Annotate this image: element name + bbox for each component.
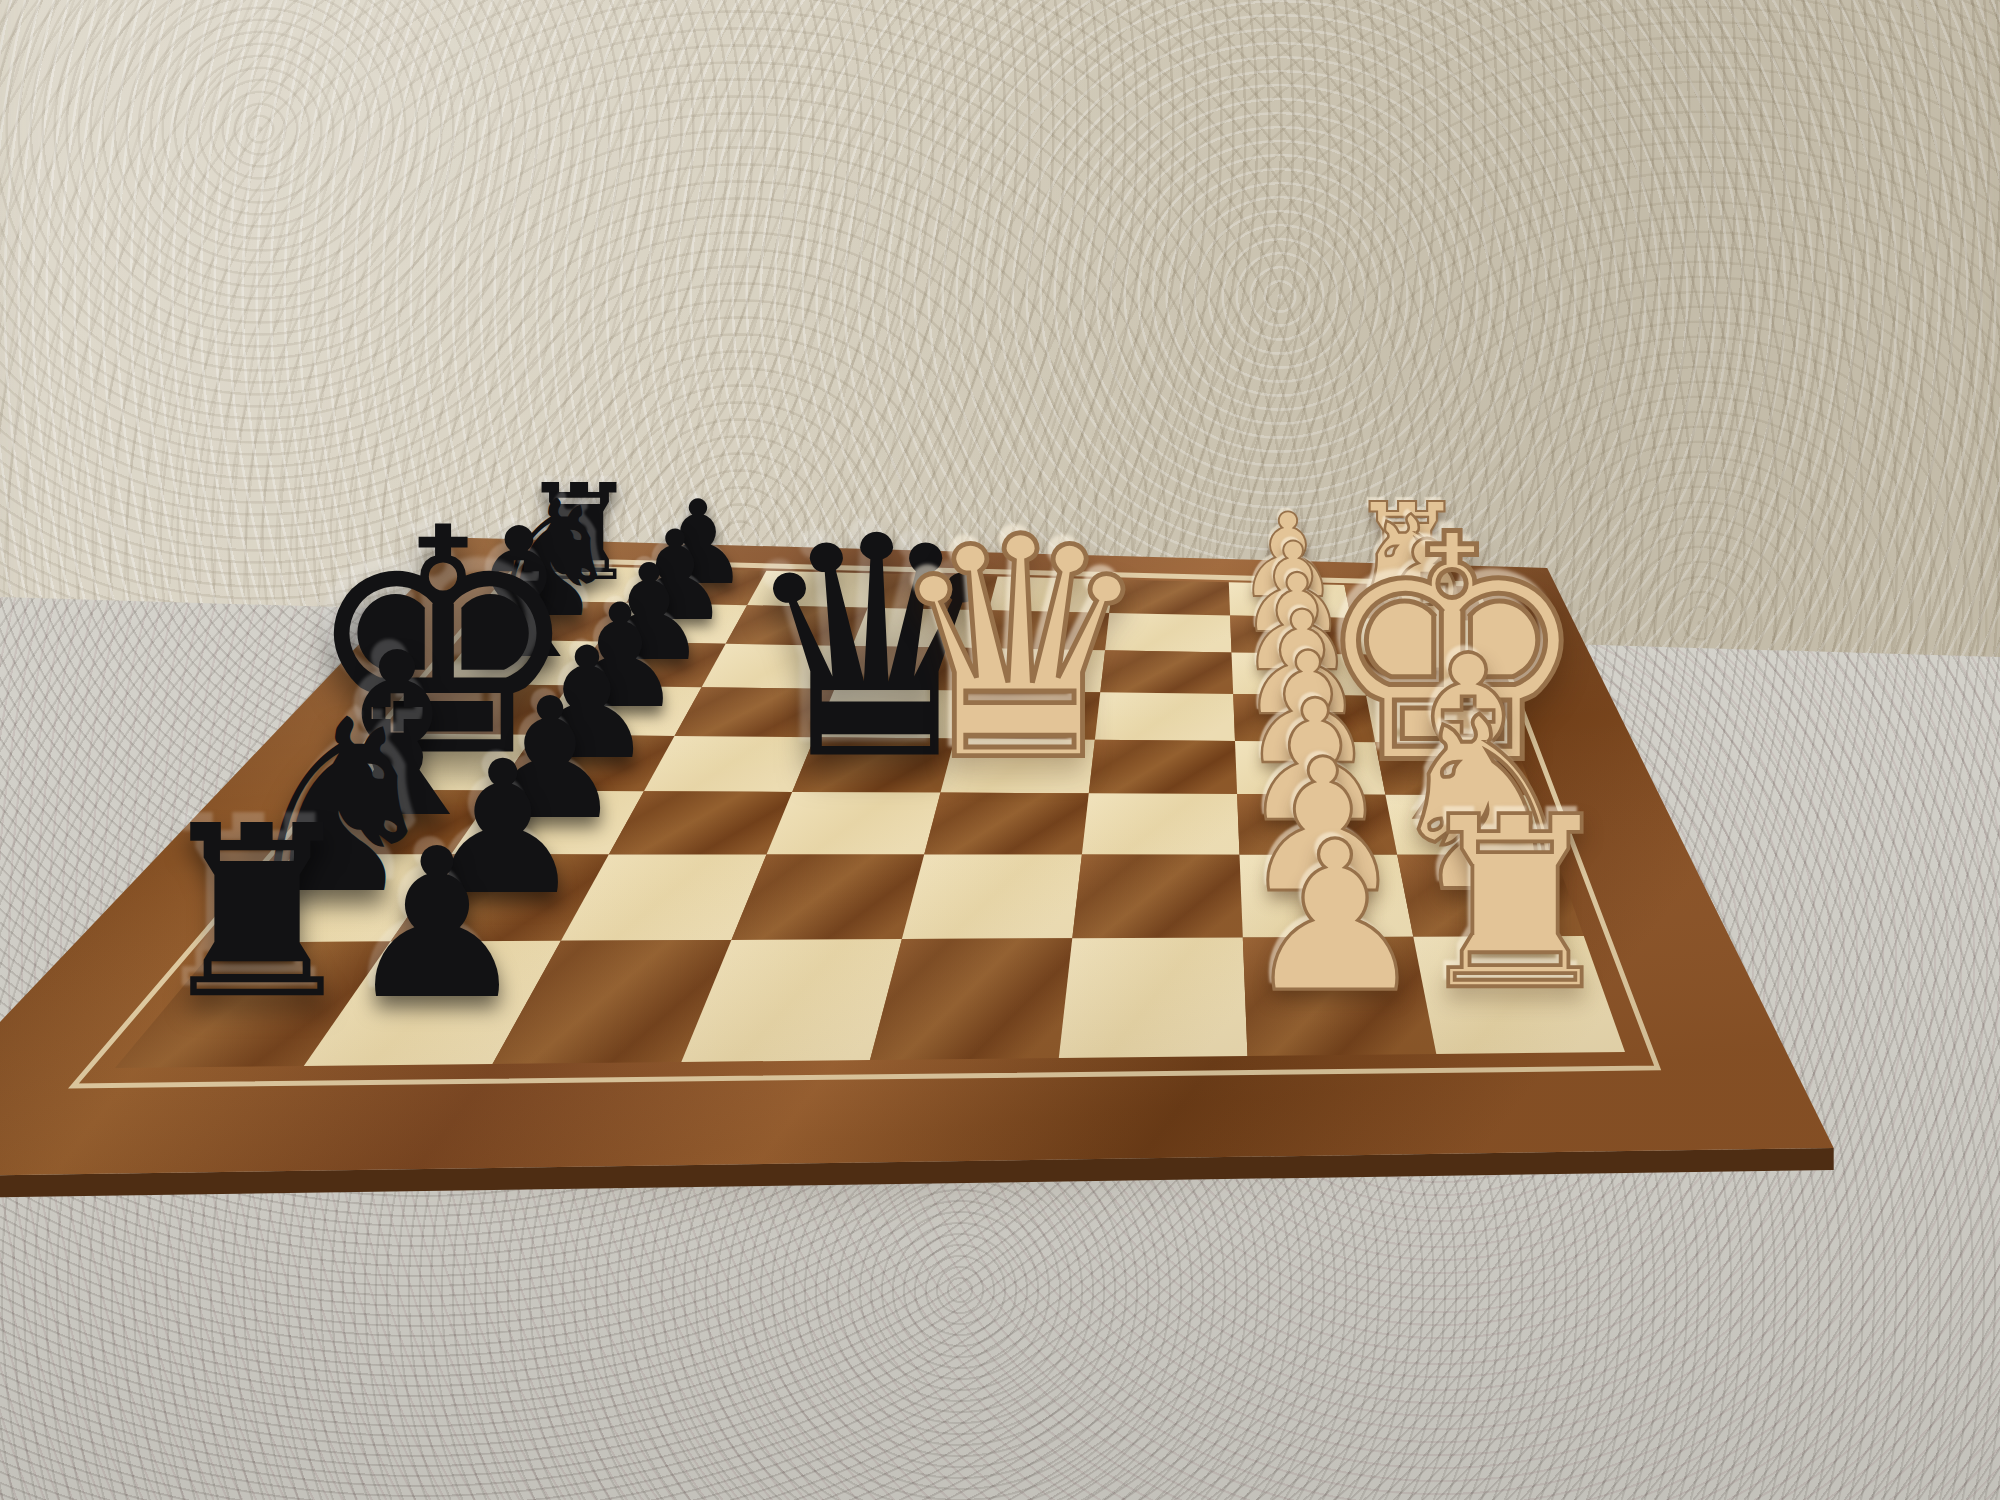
photo-scene: ♜♟♟♜♞♟♟♞♝♟♟♝♟♟♚♟♛♛♟♚♝♟♟♝♞♟♟♞♜♟♟♜ Standar… (0, 0, 2000, 1500)
board-sheen (0, 538, 1834, 1178)
chessboard (0, 0, 2000, 1500)
